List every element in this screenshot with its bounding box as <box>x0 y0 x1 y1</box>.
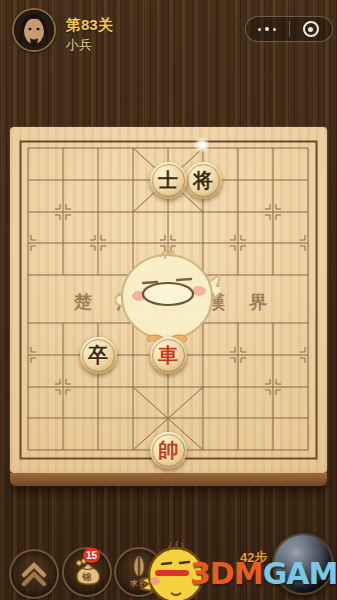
chevron-up-icon <box>19 561 49 587</box>
collapse-button[interactable] <box>9 549 59 599</box>
svg-text:锦: 锦 <box>82 572 92 582</box>
piece-glyph: 士 <box>158 170 178 190</box>
piece-glyph: 将 <box>193 170 213 190</box>
piece-red-chariot[interactable]: 車 <box>150 337 187 374</box>
mascot-duck-board <box>115 247 220 342</box>
piece-red-general[interactable]: 帥 <box>150 432 187 469</box>
piece-glyph: 卒 <box>88 345 108 365</box>
app-root: { "game": { "name": "xiangqi", "mode": "… <box>0 0 337 600</box>
hint-count-badge: 15 <box>83 548 100 563</box>
piece-black-pawn[interactable]: 卒 <box>80 337 117 374</box>
piece-black-general[interactable]: 将 <box>185 162 222 199</box>
piece-glyph: 帥 <box>158 440 178 460</box>
piece-black-advisor[interactable]: 士 <box>150 162 187 199</box>
piece-glyph: 車 <box>158 345 178 365</box>
sparkle-effect <box>194 137 210 153</box>
mascot-duck-bottom <box>138 541 208 600</box>
steps-counter: 42步 <box>240 549 267 567</box>
sphere-button[interactable] <box>272 533 334 595</box>
